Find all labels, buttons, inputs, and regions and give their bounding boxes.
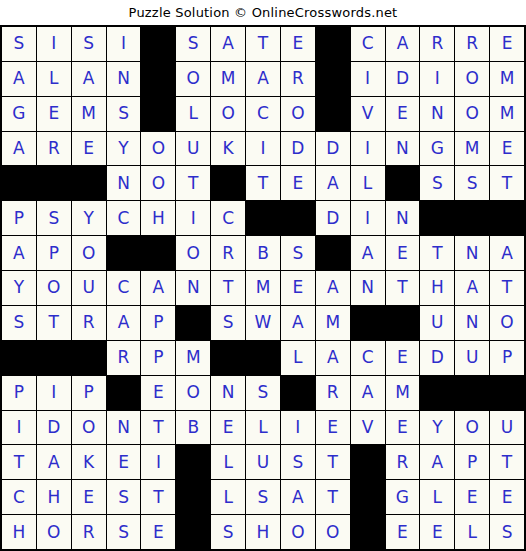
letter-cell: C [246,97,280,131]
letter-cell: D [316,132,350,166]
letter-cell: T [176,166,210,200]
letter-cell: A [107,306,141,340]
letter-cell: C [107,271,141,305]
letter-cell: N [211,376,245,410]
black-cell [351,515,385,549]
black-cell [211,166,245,200]
letter-cell: S [420,166,454,200]
letter-cell: H [246,515,280,549]
letter-cell: B [176,411,210,445]
letter-cell: E [37,97,71,131]
letter-cell: T [246,27,280,61]
letter-cell: D [420,341,454,375]
black-cell [246,201,280,235]
letter-cell: E [316,411,350,445]
letter-cell: A [37,445,71,479]
letter-cell: U [420,306,454,340]
letter-cell: O [37,271,71,305]
letter-cell: P [37,236,71,270]
letter-cell: E [386,515,420,549]
letter-cell: D [386,62,420,96]
letter-cell: R [72,515,106,549]
black-cell [455,376,489,410]
letter-cell: H [420,271,454,305]
letter-cell: O [141,132,175,166]
letter-cell: N [386,201,420,235]
black-cell [72,166,106,200]
black-cell [386,166,420,200]
letter-cell: O [490,306,524,340]
letter-cell: Y [72,201,106,235]
letter-cell: U [176,132,210,166]
black-cell [37,166,71,200]
letter-cell: O [72,236,106,270]
letter-cell: N [107,62,141,96]
letter-cell: I [2,411,36,445]
letter-cell: R [455,27,489,61]
letter-cell: I [37,376,71,410]
letter-cell: N [455,306,489,340]
letter-cell: Y [2,271,36,305]
black-cell [141,97,175,131]
letter-cell: P [490,341,524,375]
letter-cell: N [386,132,420,166]
letter-cell: S [107,515,141,549]
letter-cell: E [490,27,524,61]
letter-cell: R [316,376,350,410]
letter-cell: N [107,166,141,200]
letter-cell: T [386,271,420,305]
letter-cell: M [72,97,106,131]
letter-cell: N [420,97,454,131]
letter-cell: T [420,236,454,270]
black-cell [420,376,454,410]
letter-cell: C [211,201,245,235]
black-cell [141,27,175,61]
letter-cell: E [72,132,106,166]
letter-cell: M [386,376,420,410]
black-cell [107,376,141,410]
letter-cell: S [107,480,141,514]
letter-cell: N [351,271,385,305]
black-cell [420,201,454,235]
letter-cell: I [37,27,71,61]
letter-cell: S [37,201,71,235]
letter-cell: S [211,515,245,549]
black-cell [107,236,141,270]
letter-cell: Y [420,411,454,445]
letter-cell: O [176,236,210,270]
letter-cell: A [351,236,385,270]
letter-cell: I [351,132,385,166]
black-cell [72,341,106,375]
letter-cell: L [37,62,71,96]
letter-cell: U [72,271,106,305]
letter-cell: A [2,236,36,270]
letter-cell: O [316,515,350,549]
letter-cell: P [2,376,36,410]
letter-cell: U [490,411,524,445]
black-cell [211,341,245,375]
black-cell [281,201,315,235]
letter-cell: D [37,411,71,445]
letter-cell: H [37,480,71,514]
black-cell [316,62,350,96]
letter-cell: E [281,27,315,61]
letter-cell: R [211,236,245,270]
letter-cell: G [2,97,36,131]
letter-cell: A [420,445,454,479]
letter-cell: E [420,515,454,549]
black-cell [141,236,175,270]
letter-cell: R [386,445,420,479]
letter-cell: R [281,62,315,96]
letter-cell: O [176,376,210,410]
letter-cell: H [2,515,36,549]
letter-cell: O [455,97,489,131]
letter-cell: S [455,166,489,200]
black-cell [490,201,524,235]
letter-cell: A [316,271,350,305]
letter-cell: K [72,445,106,479]
black-cell [176,306,210,340]
black-cell [141,62,175,96]
letter-cell: S [72,27,106,61]
letter-cell: L [351,166,385,200]
letter-cell: U [246,445,280,479]
letter-cell: A [316,166,350,200]
letter-cell: V [351,97,385,131]
letter-cell: P [72,376,106,410]
letter-cell: P [455,445,489,479]
letter-cell: E [281,271,315,305]
letter-cell: I [420,62,454,96]
black-cell [176,445,210,479]
black-cell [2,341,36,375]
letter-cell: U [455,341,489,375]
crossword-grid: SISISATECARREALANOMARIDIOMGEMSLOCOVENOMA… [0,25,526,551]
letter-cell: L [455,515,489,549]
letter-cell: L [281,341,315,375]
letter-cell: W [246,306,280,340]
letter-cell: N [455,236,489,270]
letter-cell: P [141,341,175,375]
letter-cell: A [246,62,280,96]
letter-cell: T [490,271,524,305]
letter-cell: Y [107,132,141,166]
letter-cell: A [211,27,245,61]
black-cell [37,341,71,375]
letter-cell: A [2,132,36,166]
letter-cell: T [2,445,36,479]
letter-cell: O [37,515,71,549]
letter-cell: M [211,62,245,96]
black-cell [246,341,280,375]
letter-cell: A [281,306,315,340]
letter-cell: E [107,445,141,479]
letter-cell: I [351,201,385,235]
letter-cell: S [246,480,280,514]
letter-cell: E [141,376,175,410]
letter-cell: E [141,515,175,549]
letter-cell: E [455,480,489,514]
letter-cell: R [420,27,454,61]
letter-cell: T [141,411,175,445]
letter-cell: E [386,236,420,270]
letter-cell: I [351,62,385,96]
letter-cell: P [2,201,36,235]
letter-cell: E [281,166,315,200]
letter-cell: V [351,411,385,445]
letter-cell: A [455,271,489,305]
letter-cell: C [351,27,385,61]
black-cell [351,445,385,479]
letter-cell: M [490,97,524,131]
letter-cell: L [211,445,245,479]
letter-cell: S [246,376,280,410]
letter-cell: E [72,480,106,514]
letter-cell: R [37,132,71,166]
black-cell [281,376,315,410]
letter-cell: D [316,201,350,235]
letter-cell: M [316,306,350,340]
letter-cell: A [351,376,385,410]
black-cell [316,27,350,61]
letter-cell: P [141,306,175,340]
letter-cell: T [490,445,524,479]
letter-cell: D [281,132,315,166]
letter-cell: A [490,236,524,270]
letter-cell: C [351,341,385,375]
letter-cell: E [386,341,420,375]
letter-cell: I [107,27,141,61]
black-cell [351,480,385,514]
letter-cell: O [72,411,106,445]
letter-cell: E [490,480,524,514]
letter-cell: S [281,445,315,479]
letter-cell: O [455,411,489,445]
letter-cell: B [246,236,280,270]
letter-cell: L [211,480,245,514]
letter-cell: R [72,306,106,340]
black-cell [455,201,489,235]
letter-cell: T [141,480,175,514]
page-title: Puzzle Solution © OnlineCrosswords.net [0,0,526,25]
letter-cell: C [2,480,36,514]
letter-cell: T [246,166,280,200]
letter-cell: S [2,27,36,61]
letter-cell: R [107,341,141,375]
letter-cell: E [490,132,524,166]
letter-cell: N [107,411,141,445]
letter-cell: M [490,62,524,96]
letter-cell: S [2,306,36,340]
letter-cell: M [246,271,280,305]
black-cell [2,166,36,200]
letter-cell: T [316,480,350,514]
letter-cell: C [107,201,141,235]
letter-cell: S [211,306,245,340]
letter-cell: M [455,132,489,166]
black-cell [316,236,350,270]
black-cell [490,376,524,410]
letter-cell: S [281,236,315,270]
letter-cell: O [176,62,210,96]
letter-cell: O [455,62,489,96]
letter-cell: T [211,271,245,305]
letter-cell: I [141,445,175,479]
black-cell [386,306,420,340]
black-cell [316,97,350,131]
letter-cell: T [37,306,71,340]
letter-cell: N [176,271,210,305]
black-cell [351,306,385,340]
letter-cell: A [316,341,350,375]
letter-cell: S [176,27,210,61]
letter-cell: A [2,62,36,96]
black-cell [176,515,210,549]
letter-cell: O [281,515,315,549]
letter-cell: G [386,480,420,514]
letter-cell: T [490,166,524,200]
black-cell [176,480,210,514]
letter-cell: I [281,411,315,445]
letter-cell: O [211,97,245,131]
letter-cell: H [141,201,175,235]
letter-cell: L [246,411,280,445]
letter-cell: O [281,97,315,131]
letter-cell: A [281,480,315,514]
letter-cell: L [176,97,210,131]
letter-cell: T [316,445,350,479]
letter-cell: S [490,515,524,549]
letter-cell: E [386,97,420,131]
letter-cell: A [386,27,420,61]
letter-cell: I [176,201,210,235]
letter-cell: E [211,411,245,445]
letter-cell: M [176,341,210,375]
letter-cell: K [211,132,245,166]
letter-cell: G [420,132,454,166]
letter-cell: A [141,271,175,305]
letter-cell: S [107,97,141,131]
letter-cell: A [72,62,106,96]
letter-cell: L [420,480,454,514]
letter-cell: O [141,166,175,200]
letter-cell: E [386,411,420,445]
letter-cell: I [246,132,280,166]
